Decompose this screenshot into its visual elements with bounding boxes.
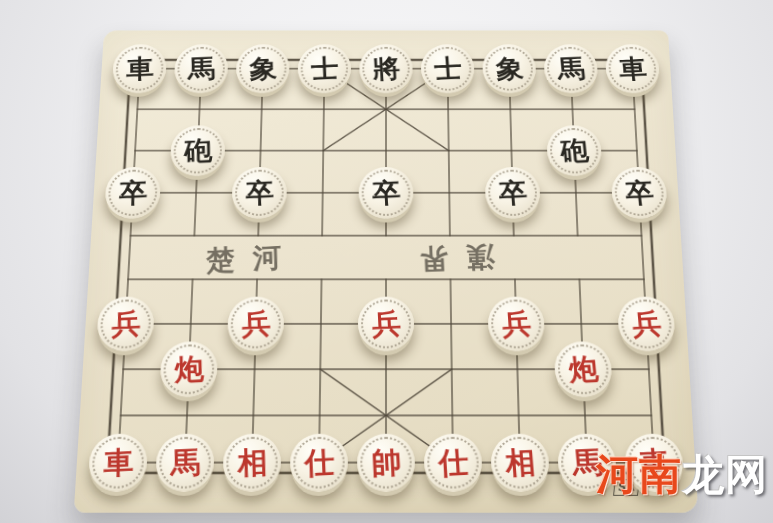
piece-glyph: 帥 xyxy=(370,447,401,479)
piece-black-elephant[interactable]: 象 xyxy=(235,44,289,93)
piece-glyph: 車 xyxy=(617,55,647,82)
piece-glyph: 炮 xyxy=(567,354,599,384)
piece-black-chariot[interactable]: 車 xyxy=(112,44,168,93)
piece-red-horse[interactable]: 馬 xyxy=(155,434,215,492)
piece-red-advisor[interactable]: 仕 xyxy=(424,434,482,492)
piece-black-soldier[interactable]: 卒 xyxy=(611,167,668,219)
piece-red-advisor[interactable]: 仕 xyxy=(290,434,348,492)
piece-glyph: 砲 xyxy=(559,137,589,165)
piece-black-soldier[interactable]: 卒 xyxy=(485,167,541,219)
piece-glyph: 卒 xyxy=(119,179,147,207)
piece-red-soldier[interactable]: 兵 xyxy=(617,297,676,352)
piece-black-general[interactable]: 將 xyxy=(359,44,412,93)
piece-glyph: 馬 xyxy=(170,447,200,479)
piece-red-elephant[interactable]: 相 xyxy=(222,434,281,492)
piece-black-cannon[interactable]: 砲 xyxy=(546,125,602,176)
piece-black-horse[interactable]: 馬 xyxy=(543,44,598,93)
piece-glyph: 相 xyxy=(237,447,268,479)
pieces-grid: 車馬象士將士象馬車砲砲卒卒卒卒卒兵兵兵兵兵炮炮車馬相仕帥仕相馬車 xyxy=(83,49,689,487)
watermark: 河南龙网 xyxy=(596,447,768,503)
piece-black-horse[interactable]: 馬 xyxy=(174,44,229,93)
piece-glyph: 車 xyxy=(126,55,154,82)
piece-black-cannon[interactable]: 砲 xyxy=(170,125,226,176)
watermark-text-red: 河南 xyxy=(596,450,682,499)
piece-glyph: 兵 xyxy=(630,309,662,339)
piece-glyph: 兵 xyxy=(501,309,532,339)
piece-black-elephant[interactable]: 象 xyxy=(482,44,536,93)
piece-glyph: 象 xyxy=(494,55,524,82)
piece-glyph: 將 xyxy=(372,55,401,82)
piece-glyph: 馬 xyxy=(556,55,586,82)
piece-glyph: 卒 xyxy=(371,179,401,207)
piece-glyph: 卒 xyxy=(245,179,274,207)
piece-glyph: 兵 xyxy=(241,309,271,339)
piece-black-soldier[interactable]: 卒 xyxy=(359,167,414,219)
piece-black-advisor[interactable]: 士 xyxy=(297,44,351,93)
xiangqi-board: 楚河 漢界 車馬象士將士象馬車砲砲卒卒卒卒卒兵兵兵兵兵炮炮車馬相仕帥仕相馬車 S… xyxy=(74,30,699,512)
piece-glyph: 車 xyxy=(103,447,133,479)
piece-glyph: 馬 xyxy=(187,55,215,82)
piece-red-soldier[interactable]: 兵 xyxy=(488,297,546,352)
piece-glyph: 仕 xyxy=(437,447,469,479)
watermark-text-white: 龙网 xyxy=(682,450,768,499)
piece-red-soldier[interactable]: 兵 xyxy=(358,297,414,352)
piece-glyph: 卒 xyxy=(497,179,527,207)
piece-red-elephant[interactable]: 相 xyxy=(490,434,549,492)
photo-scene: 楚河 漢界 車馬象士將士象馬車砲砲卒卒卒卒卒兵兵兵兵兵炮炮車馬相仕帥仕相馬車 S… xyxy=(0,0,773,523)
piece-black-soldier[interactable]: 卒 xyxy=(231,167,287,219)
piece-red-soldier[interactable]: 兵 xyxy=(96,297,155,352)
piece-red-general[interactable]: 帥 xyxy=(357,434,415,492)
piece-black-soldier[interactable]: 卒 xyxy=(104,167,161,219)
piece-glyph: 兵 xyxy=(111,309,140,339)
piece-glyph: 砲 xyxy=(184,137,212,165)
piece-glyph: 仕 xyxy=(304,447,335,479)
piece-glyph: 士 xyxy=(310,55,339,82)
piece-red-cannon[interactable]: 炮 xyxy=(554,341,613,397)
piece-black-chariot[interactable]: 車 xyxy=(605,44,661,93)
piece-glyph: 炮 xyxy=(174,354,204,384)
piece-glyph: 兵 xyxy=(371,309,402,339)
piece-glyph: 卒 xyxy=(624,179,655,207)
piece-red-chariot[interactable]: 車 xyxy=(87,434,148,492)
piece-red-cannon[interactable]: 炮 xyxy=(159,341,218,397)
piece-red-soldier[interactable]: 兵 xyxy=(227,297,285,352)
piece-glyph: 士 xyxy=(433,55,462,82)
piece-glyph: 相 xyxy=(504,447,536,479)
piece-black-advisor[interactable]: 士 xyxy=(421,44,475,93)
piece-glyph: 象 xyxy=(249,55,277,82)
